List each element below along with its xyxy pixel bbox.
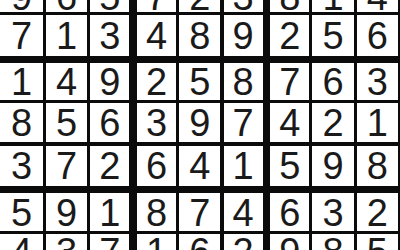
cell-digit: 7 [46,146,87,186]
sudoku-cell-r6c7[interactable]: 5 [270,146,309,187]
cell-digit: 7 [137,0,176,12]
sudoku-cell-r3c4[interactable]: 4 [137,15,176,56]
sudoku-cell-r5c7[interactable]: 4 [270,103,309,142]
cell-digit: 6 [270,193,309,230]
cell-digit: 9 [46,193,87,230]
sudoku-cell-r5c4[interactable]: 3 [137,103,176,142]
cell-digit: 6 [179,234,220,250]
cell-digit: 3 [357,63,398,100]
cell-digit: 1 [0,63,43,100]
sudoku-cell-r3c9[interactable]: 6 [357,15,398,56]
sudoku-cell-r2c1[interactable]: 9 [0,0,43,12]
cell-digit: 5 [46,103,87,142]
cell-digit: 1 [90,193,129,230]
sudoku-cell-r8c6[interactable]: 2 [224,234,263,250]
sudoku-cell-r8c7[interactable]: 9 [270,234,309,250]
sudoku-cell-r5c3[interactable]: 6 [90,103,129,142]
cell-digit: 3 [312,193,353,230]
sudoku-cell-r5c6[interactable]: 7 [224,103,263,142]
sudoku-cell-r6c8[interactable]: 9 [312,146,353,187]
cell-digit: 1 [224,146,263,186]
sudoku-cell-r3c5[interactable]: 8 [179,15,220,56]
cell-digit: 4 [357,0,398,12]
sudoku-cell-r8c4[interactable]: 1 [137,234,176,250]
sudoku-cell-r8c3[interactable]: 7 [90,234,129,250]
cell-digit: 8 [0,103,43,142]
sudoku-cell-r2c3[interactable]: 5 [90,0,129,12]
cell-digit: 5 [312,16,353,56]
cell-digit: 3 [224,0,263,12]
cell-digit: 6 [312,63,353,100]
sudoku-cell-r6c3[interactable]: 2 [90,146,129,187]
cell-digit: 3 [0,146,43,186]
cell-digit: 9 [224,16,263,56]
cell-digit: 4 [137,16,176,56]
cell-digit: 3 [137,103,176,142]
sudoku-cell-r6c2[interactable]: 7 [46,146,87,187]
cell-digit: 7 [179,193,220,230]
sudoku-cell-r4c5[interactable]: 5 [179,63,220,100]
sudoku-cell-r7c9[interactable]: 2 [357,193,398,230]
cell-digit: 4 [179,146,220,186]
sudoku-cell-r8c9[interactable]: 5 [357,234,398,250]
cell-digit: 1 [46,16,87,56]
cell-digit: 2 [137,63,176,100]
cell-digit: 8 [224,63,263,100]
sudoku-cell-r6c4[interactable]: 6 [137,146,176,187]
cell-digit: 3 [90,16,129,56]
sudoku-cell-r4c4[interactable]: 2 [137,63,176,100]
cell-digit: 4 [270,103,309,142]
sudoku-cell-r2c8[interactable]: 1 [312,0,353,12]
sudoku-cell-r6c6[interactable]: 1 [224,146,263,187]
sudoku-cell-r8c5[interactable]: 6 [179,234,220,250]
cell-digit: 5 [270,146,309,186]
cell-digit: 9 [312,146,353,186]
cell-digit: 2 [224,234,263,250]
sudoku-cell-r7c1[interactable]: 5 [0,193,43,230]
cell-digit: 5 [357,234,398,250]
sudoku-cell-r7c7[interactable]: 6 [270,193,309,230]
cell-digit: 4 [46,63,87,100]
sudoku-cell-r3c3[interactable]: 3 [90,15,129,56]
sudoku-cell-r8c8[interactable]: 8 [312,234,353,250]
cell-digit: 6 [357,16,398,56]
cell-digit: 2 [179,0,220,12]
sudoku-cell-r5c8[interactable]: 2 [312,103,353,142]
cell-digit: 2 [357,193,398,230]
cell-digit: 8 [179,16,220,56]
cell-digit: 1 [137,234,176,250]
sudoku-cell-r4c9[interactable]: 3 [357,63,398,100]
sudoku-cell-r3c6[interactable]: 9 [224,15,263,56]
sudoku-cell-r7c2[interactable]: 9 [46,193,87,230]
cell-digit: 1 [312,0,353,12]
sudoku-cell-r4c6[interactable]: 8 [224,63,263,100]
cell-digit: 7 [224,103,263,142]
sudoku-cell-r8c1[interactable]: 4 [0,234,43,250]
sudoku-cell-r4c1[interactable]: 1 [0,63,43,100]
sudoku-cell-r2c2[interactable]: 6 [46,0,87,12]
sudoku-cell-r6c9[interactable]: 8 [357,146,398,187]
sudoku-cell-r5c5[interactable]: 9 [179,103,220,142]
cell-digit: 9 [90,63,129,100]
sudoku-cell-r2c7[interactable]: 8 [270,0,309,12]
cell-digit: 6 [90,103,129,142]
sudoku-cell-r7c4[interactable]: 8 [137,193,176,230]
cell-digit: 5 [0,193,43,230]
cell-digit: 5 [90,0,129,12]
cell-digit: 7 [90,234,129,250]
sudoku-cell-r5c2[interactable]: 5 [46,103,87,142]
cell-digit: 8 [357,146,398,186]
sudoku-cell-r5c1[interactable]: 8 [0,103,43,142]
sudoku-cell-r4c3[interactable]: 9 [90,63,129,100]
cell-digit: 2 [270,16,309,56]
sudoku-cell-r4c7[interactable]: 7 [270,63,309,100]
cell-digit: 2 [90,146,129,186]
sudoku-board: 9657238147134892561492587638563974213726… [0,0,400,250]
sudoku-cell-r7c6[interactable]: 4 [224,193,263,230]
sudoku-cell-r3c1[interactable]: 7 [0,15,43,56]
sudoku-cell-r3c2[interactable]: 1 [46,15,87,56]
sudoku-cell-r8c2[interactable]: 3 [46,234,87,250]
sudoku-cell-r2c6[interactable]: 3 [224,0,263,12]
cell-digit: 6 [46,0,87,12]
sudoku-cell-r3c7[interactable]: 2 [270,15,309,56]
cell-digit: 8 [137,193,176,230]
cell-digit: 6 [137,146,176,186]
sudoku-cell-r7c8[interactable]: 3 [312,193,353,230]
cell-digit: 7 [0,16,43,56]
sudoku-cell-r7c3[interactable]: 1 [90,193,129,230]
cell-digit: 4 [0,234,43,250]
sudoku-cell-r5c9[interactable]: 1 [357,103,398,142]
cell-digit: 4 [224,193,263,230]
sudoku-cell-r6c5[interactable]: 4 [179,146,220,187]
cell-digit: 8 [312,234,353,250]
cell-digit: 9 [0,0,43,12]
cell-digit: 8 [270,0,309,12]
sudoku-cell-r4c8[interactable]: 6 [312,63,353,100]
sudoku-cell-r7c5[interactable]: 7 [179,193,220,230]
sudoku-cell-r3c8[interactable]: 5 [312,15,353,56]
cell-digit: 7 [270,63,309,100]
sudoku-cell-r6c1[interactable]: 3 [0,146,43,187]
cell-digit: 2 [312,103,353,142]
sudoku-cell-r2c5[interactable]: 2 [179,0,220,12]
sudoku-cell-r4c2[interactable]: 4 [46,63,87,100]
cell-digit: 3 [46,234,87,250]
cell-digit: 9 [179,103,220,142]
sudoku-cell-r2c9[interactable]: 4 [357,0,398,12]
sudoku-cell-r2c4[interactable]: 7 [137,0,176,12]
cell-digit: 9 [270,234,309,250]
cell-digit: 5 [179,63,220,100]
cell-digit: 1 [357,103,398,142]
